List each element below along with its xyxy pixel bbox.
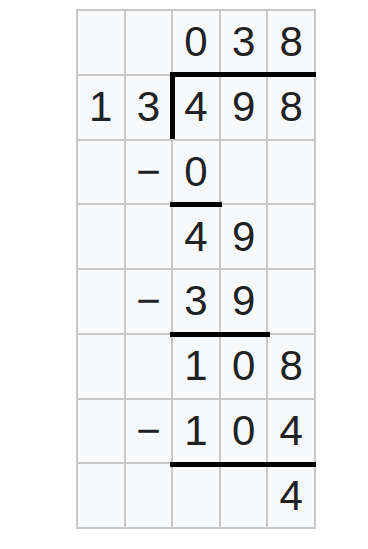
grid-cell-r2-c5: 8 [268,76,314,139]
long-division-grid: 03813498−049−39108−1044 [76,9,316,529]
grid-cell-r8-c2 [126,464,172,527]
grid-cell-r1-c4: 3 [221,11,267,74]
grid-cell-r7-c3: 1 [173,400,219,463]
grid-cell-r1-c3: 0 [173,11,219,74]
grid-cell-r1-c1 [78,11,124,74]
subtraction-underline-step3 [170,462,316,467]
grid-cell-r7-c1 [78,400,124,463]
grid-cell-r8-c3 [173,464,219,527]
grid-cell-r4-c4: 9 [221,205,267,268]
grid-cell-r8-c5: 4 [268,464,314,527]
grid-cell-r6-c4: 0 [221,335,267,398]
division-bracket-side-line [170,72,175,139]
grid-cell-r5-c1 [78,270,124,333]
grid-cell-r5-c3: 3 [173,270,219,333]
grid-cell-r4-c2 [126,205,172,268]
grid-cell-r7-c4: 0 [221,400,267,463]
grid-cell-r6-c3: 1 [173,335,219,398]
grid-cell-r1-c2 [126,11,172,74]
grid-cell-r7-c5: 4 [268,400,314,463]
grid-cell-r6-c1 [78,335,124,398]
grid-cell-r3-c4 [221,141,267,204]
grid-cell-r6-c5: 8 [268,335,314,398]
grid-cell-r4-c1 [78,205,124,268]
grid-cell-r8-c1 [78,464,124,527]
grid-cell-r3-c3: 0 [173,141,219,204]
grid-cell-r7-c2: − [126,400,172,463]
grid-cell-r4-c5 [268,205,314,268]
long-division-board: 03813498−049−39108−1044 [76,9,316,529]
grid-cell-r2-c1: 1 [78,76,124,139]
grid-cell-r3-c1 [78,141,124,204]
grid-cell-r2-c2: 3 [126,76,172,139]
grid-cell-r3-c5 [268,141,314,204]
long-division-worksheet: 03813498−049−39108−1044 [0,0,368,549]
grid-cell-r4-c3: 4 [173,205,219,268]
grid-cell-r5-c4: 9 [221,270,267,333]
grid-cell-r2-c3: 4 [173,76,219,139]
grid-cell-r2-c4: 9 [221,76,267,139]
grid-cell-r5-c2: − [126,270,172,333]
grid-cell-r1-c5: 8 [268,11,314,74]
subtraction-underline-step1 [170,202,222,207]
grid-cell-r6-c2 [126,335,172,398]
subtraction-underline-step2 [170,332,270,337]
grid-cell-r3-c2: − [126,141,172,204]
grid-cell-r8-c4 [221,464,267,527]
division-bracket-top-line [170,72,316,77]
grid-cell-r5-c5 [268,270,314,333]
